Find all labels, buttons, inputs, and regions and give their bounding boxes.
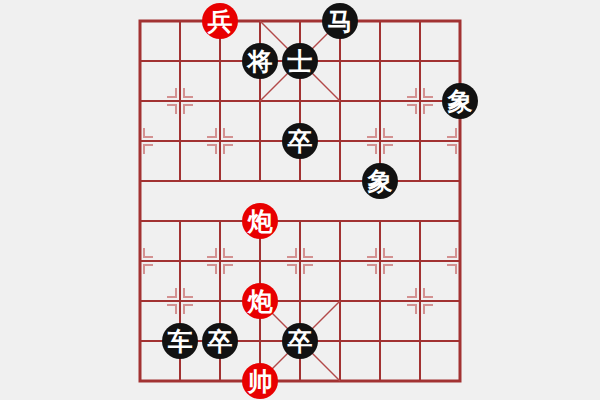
black-soldier[interactable]: 卒 — [282, 123, 318, 159]
screenshot-canvas: { "game": "xiangqi", "board_label": "Xia… — [0, 0, 600, 400]
red-cannon[interactable]: 炮 — [242, 283, 278, 319]
black-general[interactable]: 将 — [242, 43, 278, 79]
red-soldier[interactable]: 兵 — [202, 3, 238, 39]
black-soldier[interactable]: 卒 — [202, 323, 238, 359]
pieces-layer: 兵马将士象卒象炮炮车卒卒帅 — [120, 1, 480, 400]
black-elephant[interactable]: 象 — [362, 163, 398, 199]
black-advisor[interactable]: 士 — [282, 43, 318, 79]
black-soldier[interactable]: 卒 — [282, 323, 318, 359]
red-general[interactable]: 帅 — [242, 363, 278, 399]
xiangqi-board: 兵马将士象卒象炮炮车卒卒帅 — [0, 0, 600, 400]
black-chariot[interactable]: 车 — [162, 323, 198, 359]
black-horse[interactable]: 马 — [322, 3, 358, 39]
black-elephant[interactable]: 象 — [442, 83, 478, 119]
red-cannon[interactable]: 炮 — [242, 203, 278, 239]
